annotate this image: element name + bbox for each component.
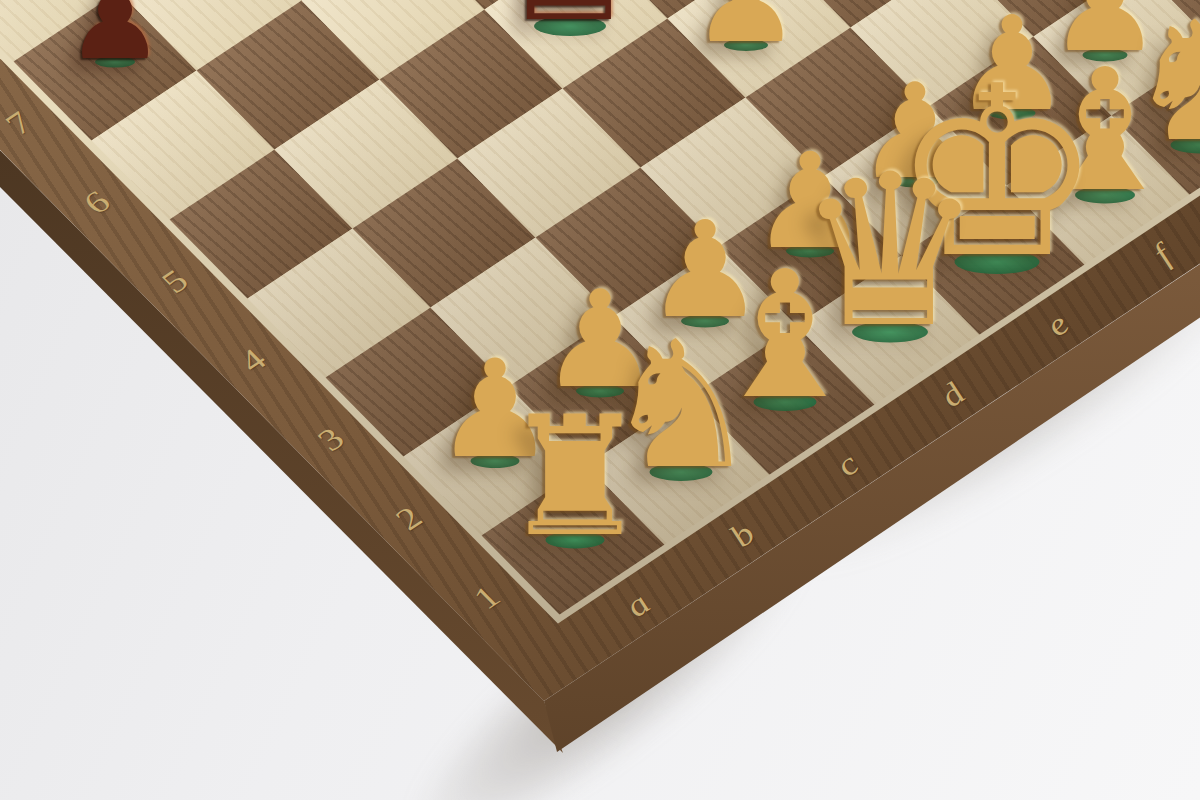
chessboard-photo-scene: { "scene": { "description": "Angled stud… xyxy=(0,0,1200,800)
